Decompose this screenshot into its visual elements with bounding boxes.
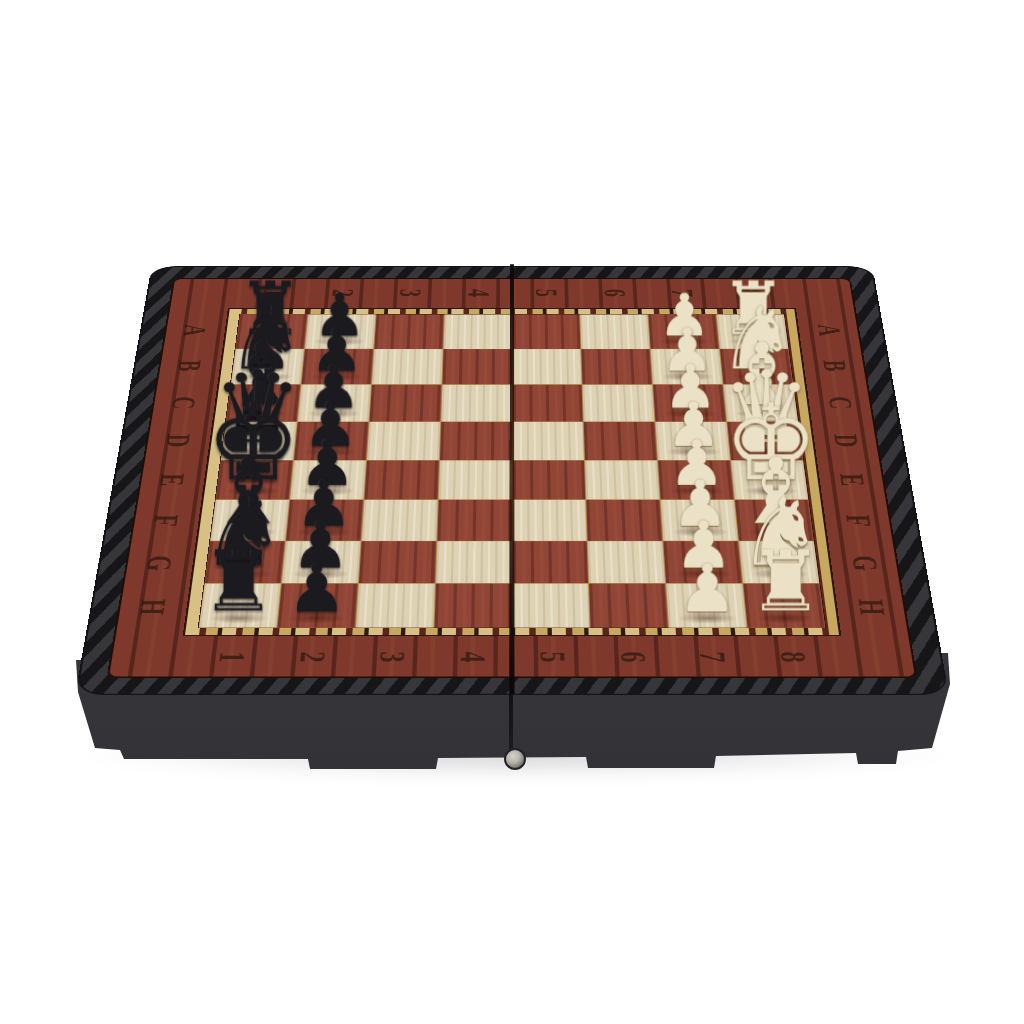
file-label-e: E <box>813 463 891 496</box>
square-d6[interactable] <box>584 422 657 460</box>
square-h5[interactable] <box>513 584 590 628</box>
rank-label-6: 6 <box>586 276 643 310</box>
square-h7[interactable]: ♟ <box>666 584 746 628</box>
square-b6[interactable] <box>582 349 653 384</box>
square-d5[interactable] <box>512 422 584 460</box>
file-label-a: A <box>158 316 230 345</box>
square-h1[interactable]: ♜ <box>199 584 281 628</box>
rank-label-3: 3 <box>381 276 438 310</box>
square-a5[interactable] <box>512 314 580 348</box>
square-d3[interactable] <box>367 422 440 460</box>
square-e5[interactable] <box>513 460 586 499</box>
file-label-h: H <box>830 588 913 625</box>
square-c4[interactable] <box>441 385 512 422</box>
piece-white-rook[interactable]: ♜ <box>748 542 823 622</box>
square-b5[interactable] <box>512 349 581 384</box>
square-h8[interactable]: ♜ <box>743 584 825 628</box>
file-label-h: H <box>111 588 194 625</box>
file-label-e: E <box>133 463 211 496</box>
square-d4[interactable] <box>440 422 512 460</box>
chess-board: ABCDEFGH ABCDEFGH 12345678 12345678 ♜♟♟♜… <box>75 266 949 695</box>
file-label-g: G <box>824 545 905 581</box>
square-g5[interactable] <box>513 541 589 583</box>
square-e4[interactable] <box>438 460 511 499</box>
hinge-pin <box>504 748 526 770</box>
square-f3[interactable] <box>361 500 437 541</box>
square-h3[interactable] <box>356 584 435 628</box>
square-g6[interactable] <box>588 541 665 583</box>
rank-label-7: 7 <box>678 633 747 680</box>
square-a3[interactable] <box>374 314 443 348</box>
square-f6[interactable] <box>587 500 663 541</box>
file-label-f: F <box>126 504 206 539</box>
product-photo-scene: ABCDEFGH ABCDEFGH 12345678 12345678 ♜♟♟♜… <box>0 0 1024 1024</box>
file-label-g: G <box>118 545 199 581</box>
rank-label-5: 5 <box>518 276 574 310</box>
square-g4[interactable] <box>436 541 512 583</box>
rank-label-3: 3 <box>358 633 426 680</box>
board-frame: ABCDEFGH ABCDEFGH 12345678 12345678 ♜♟♟♜… <box>75 266 949 695</box>
rank-label-8: 8 <box>757 633 828 680</box>
square-g3[interactable] <box>359 541 436 583</box>
square-c6[interactable] <box>583 385 655 422</box>
square-c5[interactable] <box>512 385 583 422</box>
square-f5[interactable] <box>513 500 588 541</box>
square-h2[interactable]: ♟ <box>277 584 357 628</box>
file-label-d: D <box>808 425 885 457</box>
piece-black-pawn[interactable]: ♟ <box>287 558 347 621</box>
square-a4[interactable] <box>443 314 511 348</box>
file-label-d: D <box>139 425 216 457</box>
rank-label-4: 4 <box>439 633 505 680</box>
rank-label-1: 1 <box>196 633 267 680</box>
piece-white-pawn[interactable]: ♟ <box>678 558 738 621</box>
square-h4[interactable] <box>434 584 511 628</box>
square-a6[interactable] <box>581 314 650 348</box>
square-h6[interactable] <box>589 584 668 628</box>
square-e3[interactable] <box>364 460 438 499</box>
file-label-f: F <box>819 504 899 539</box>
rank-label-4: 4 <box>450 276 506 310</box>
rank-label-5: 5 <box>519 633 585 680</box>
rank-label-2: 2 <box>277 633 346 680</box>
square-c3[interactable] <box>369 385 441 422</box>
square-b3[interactable] <box>372 349 443 384</box>
file-label-a: A <box>793 316 865 345</box>
piece-black-rook[interactable]: ♜ <box>201 542 276 622</box>
rank-label-6: 6 <box>599 633 667 680</box>
square-b4[interactable] <box>442 349 511 384</box>
square-e6[interactable] <box>585 460 659 499</box>
fold-seam <box>509 264 515 694</box>
square-f4[interactable] <box>437 500 512 541</box>
